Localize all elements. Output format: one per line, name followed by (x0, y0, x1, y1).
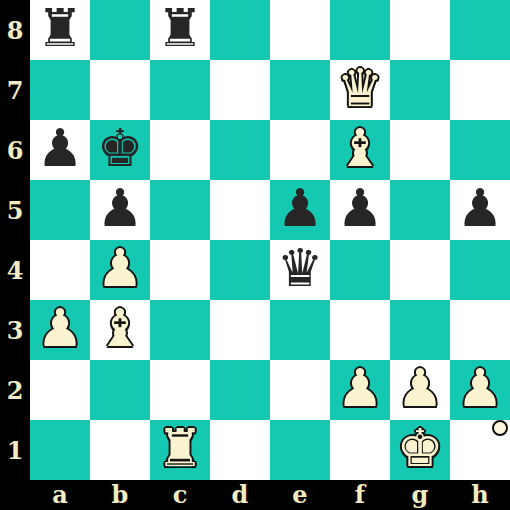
square-d1[interactable] (210, 420, 270, 480)
square-e4[interactable]: ♛ (270, 240, 330, 300)
white-king: ♚ (397, 422, 444, 474)
rank-label-4: 4 (0, 240, 30, 300)
square-a4[interactable] (30, 240, 90, 300)
square-h4[interactable] (450, 240, 510, 300)
square-a2[interactable] (30, 360, 90, 420)
square-f2[interactable]: ♟ (330, 360, 390, 420)
square-d8[interactable] (210, 0, 270, 60)
square-f4[interactable] (330, 240, 390, 300)
square-e5[interactable]: ♟ (270, 180, 330, 240)
black-pawn: ♟ (37, 122, 84, 174)
square-d6[interactable] (210, 120, 270, 180)
file-labels: abcdefgh (30, 480, 510, 510)
file-label-e: e (270, 480, 330, 510)
square-b2[interactable] (90, 360, 150, 420)
square-b5[interactable]: ♟ (90, 180, 150, 240)
square-e2[interactable] (270, 360, 330, 420)
white-rook: ♜ (157, 422, 204, 474)
square-c3[interactable] (150, 300, 210, 360)
square-c8[interactable]: ♜ (150, 0, 210, 60)
square-b3[interactable]: ♝ (90, 300, 150, 360)
black-rook: ♜ (157, 2, 204, 54)
square-g7[interactable] (390, 60, 450, 120)
square-e6[interactable] (270, 120, 330, 180)
square-g3[interactable] (390, 300, 450, 360)
black-queen: ♛ (277, 242, 324, 294)
square-h5[interactable]: ♟ (450, 180, 510, 240)
white-bishop: ♝ (97, 302, 144, 354)
file-label-h: h (450, 480, 510, 510)
square-a5[interactable] (30, 180, 90, 240)
square-c2[interactable] (150, 360, 210, 420)
black-pawn: ♟ (337, 182, 384, 234)
file-label-g: g (390, 480, 450, 510)
rank-label-7: 7 (0, 60, 30, 120)
rank-labels: 87654321 (0, 0, 30, 480)
file-label-b: b (90, 480, 150, 510)
square-f8[interactable] (330, 0, 390, 60)
square-h6[interactable] (450, 120, 510, 180)
file-label-f: f (330, 480, 390, 510)
rank-label-2: 2 (0, 360, 30, 420)
square-d2[interactable] (210, 360, 270, 420)
square-c1[interactable]: ♜ (150, 420, 210, 480)
square-e7[interactable] (270, 60, 330, 120)
square-d4[interactable] (210, 240, 270, 300)
square-b4[interactable]: ♟ (90, 240, 150, 300)
rank-label-8: 8 (0, 0, 30, 60)
file-label-a: a (30, 480, 90, 510)
square-e3[interactable] (270, 300, 330, 360)
black-pawn: ♟ (457, 182, 504, 234)
square-a3[interactable]: ♟ (30, 300, 90, 360)
white-pawn: ♟ (97, 242, 144, 294)
rank-label-1: 1 (0, 420, 30, 480)
square-a8[interactable]: ♜ (30, 0, 90, 60)
white-pawn: ♟ (37, 302, 84, 354)
rank-label-5: 5 (0, 180, 30, 240)
white-pawn: ♟ (397, 362, 444, 414)
square-d3[interactable] (210, 300, 270, 360)
square-f1[interactable] (330, 420, 390, 480)
white-queen: ♛ (337, 62, 384, 114)
square-e8[interactable] (270, 0, 330, 60)
square-h8[interactable] (450, 0, 510, 60)
square-e1[interactable] (270, 420, 330, 480)
black-pawn: ♟ (277, 182, 324, 234)
square-b1[interactable] (90, 420, 150, 480)
rank-label-6: 6 (0, 120, 30, 180)
square-g2[interactable]: ♟ (390, 360, 450, 420)
square-f7[interactable]: ♛ (330, 60, 390, 120)
square-d5[interactable] (210, 180, 270, 240)
chess-diagram: 87654321 ♜♜♛♟♚♝♟♟♟♟♟♛♟♝♟♟♟♜♚ abcdefgh (0, 0, 510, 510)
square-c6[interactable] (150, 120, 210, 180)
file-label-d: d (210, 480, 270, 510)
square-g5[interactable] (390, 180, 450, 240)
square-f6[interactable]: ♝ (330, 120, 390, 180)
square-a1[interactable] (30, 420, 90, 480)
square-c4[interactable] (150, 240, 210, 300)
square-f3[interactable] (330, 300, 390, 360)
square-b6[interactable]: ♚ (90, 120, 150, 180)
square-b8[interactable] (90, 0, 150, 60)
square-g1[interactable]: ♚ (390, 420, 450, 480)
black-king: ♚ (97, 122, 144, 174)
black-pawn: ♟ (97, 182, 144, 234)
white-pawn: ♟ (457, 362, 504, 414)
square-a7[interactable] (30, 60, 90, 120)
square-h7[interactable] (450, 60, 510, 120)
square-g4[interactable] (390, 240, 450, 300)
square-f5[interactable]: ♟ (330, 180, 390, 240)
square-d7[interactable] (210, 60, 270, 120)
white-bishop: ♝ (337, 122, 384, 174)
square-a6[interactable]: ♟ (30, 120, 90, 180)
white-pawn: ♟ (337, 362, 384, 414)
white-to-move-indicator-icon (492, 420, 508, 436)
square-c5[interactable] (150, 180, 210, 240)
file-label-c: c (150, 480, 210, 510)
square-c7[interactable] (150, 60, 210, 120)
square-h3[interactable] (450, 300, 510, 360)
square-h2[interactable]: ♟ (450, 360, 510, 420)
square-g6[interactable] (390, 120, 450, 180)
square-b7[interactable] (90, 60, 150, 120)
black-rook: ♜ (37, 2, 84, 54)
chess-board[interactable]: ♜♜♛♟♚♝♟♟♟♟♟♛♟♝♟♟♟♜♚ (30, 0, 510, 480)
square-g8[interactable] (390, 0, 450, 60)
rank-label-3: 3 (0, 300, 30, 360)
